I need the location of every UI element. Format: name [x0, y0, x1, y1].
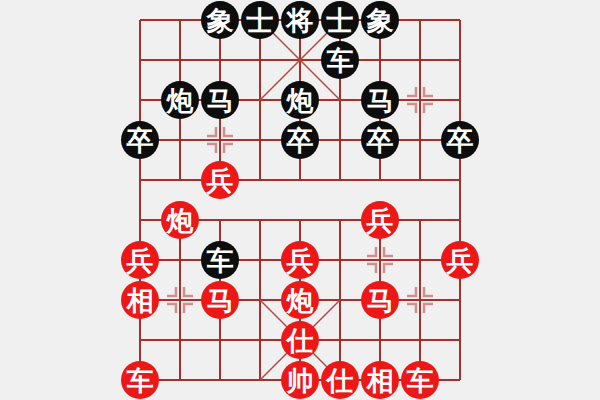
piece-glyph: 车 [127, 367, 154, 394]
piece-red-horse[interactable]: 马 [361, 281, 399, 319]
piece-glyph: 兵 [447, 247, 474, 274]
piece-glyph: 将 [287, 7, 314, 34]
piece-red-horse[interactable]: 马 [201, 281, 239, 319]
piece-red-king[interactable]: 帅 [281, 361, 319, 399]
piece-red-pawn[interactable]: 兵 [441, 241, 479, 279]
piece-black-pawn[interactable]: 卒 [441, 121, 479, 159]
piece-black-horse[interactable]: 马 [201, 81, 239, 119]
piece-red-cannon[interactable]: 炮 [281, 281, 319, 319]
piece-red-rook[interactable]: 车 [401, 361, 439, 399]
piece-red-advisor[interactable]: 仕 [321, 361, 359, 399]
piece-glyph: 卒 [447, 127, 474, 154]
piece-glyph: 车 [407, 367, 434, 394]
piece-glyph: 兵 [127, 247, 154, 274]
piece-black-advisor[interactable]: 士 [241, 1, 279, 39]
piece-black-elephant[interactable]: 象 [361, 1, 399, 39]
piece-glyph: 象 [367, 7, 394, 34]
piece-glyph: 马 [207, 87, 234, 114]
piece-black-rook[interactable]: 车 [201, 241, 239, 279]
piece-black-rook[interactable]: 车 [321, 41, 359, 79]
piece-glyph: 仕 [287, 327, 314, 354]
piece-glyph: 马 [367, 87, 394, 114]
piece-black-advisor[interactable]: 士 [321, 1, 359, 39]
piece-glyph: 相 [127, 287, 154, 314]
piece-glyph: 炮 [167, 207, 194, 234]
xiangqi-board: 象士将士象车炮马炮马卒卒卒卒兵炮兵兵车兵兵相马炮马仕车帅仕相车 [0, 0, 600, 400]
piece-glyph: 象 [207, 7, 234, 34]
piece-red-pawn[interactable]: 兵 [361, 201, 399, 239]
piece-glyph: 炮 [287, 87, 314, 114]
piece-black-horse[interactable]: 马 [361, 81, 399, 119]
piece-red-pawn[interactable]: 兵 [121, 241, 159, 279]
piece-glyph: 仕 [327, 367, 354, 394]
piece-black-king[interactable]: 将 [281, 1, 319, 39]
piece-glyph: 炮 [167, 87, 194, 114]
piece-glyph: 卒 [287, 127, 314, 154]
piece-glyph: 相 [367, 367, 394, 394]
piece-glyph: 卒 [367, 127, 394, 154]
piece-black-pawn[interactable]: 卒 [281, 121, 319, 159]
piece-red-pawn[interactable]: 兵 [281, 241, 319, 279]
piece-glyph: 兵 [287, 247, 314, 274]
piece-glyph: 马 [367, 287, 394, 314]
piece-glyph: 士 [327, 7, 354, 34]
piece-glyph: 兵 [207, 167, 234, 194]
piece-glyph: 士 [247, 7, 274, 34]
piece-glyph: 马 [207, 287, 234, 314]
pieces-layer: 象士将士象车炮马炮马卒卒卒卒兵炮兵兵车兵兵相马炮马仕车帅仕相车 [120, 0, 480, 400]
piece-black-pawn[interactable]: 卒 [361, 121, 399, 159]
piece-glyph: 兵 [367, 207, 394, 234]
piece-black-cannon[interactable]: 炮 [161, 81, 199, 119]
piece-glyph: 卒 [127, 127, 154, 154]
piece-red-cannon[interactable]: 炮 [161, 201, 199, 239]
piece-red-advisor[interactable]: 仕 [281, 321, 319, 359]
piece-black-pawn[interactable]: 卒 [121, 121, 159, 159]
piece-black-cannon[interactable]: 炮 [281, 81, 319, 119]
piece-red-pawn[interactable]: 兵 [201, 161, 239, 199]
piece-glyph: 车 [327, 47, 354, 74]
piece-red-elephant[interactable]: 相 [121, 281, 159, 319]
piece-glyph: 帅 [287, 367, 314, 394]
piece-glyph: 炮 [287, 287, 314, 314]
piece-red-elephant[interactable]: 相 [361, 361, 399, 399]
piece-red-rook[interactable]: 车 [121, 361, 159, 399]
piece-black-elephant[interactable]: 象 [201, 1, 239, 39]
piece-glyph: 车 [207, 247, 234, 274]
